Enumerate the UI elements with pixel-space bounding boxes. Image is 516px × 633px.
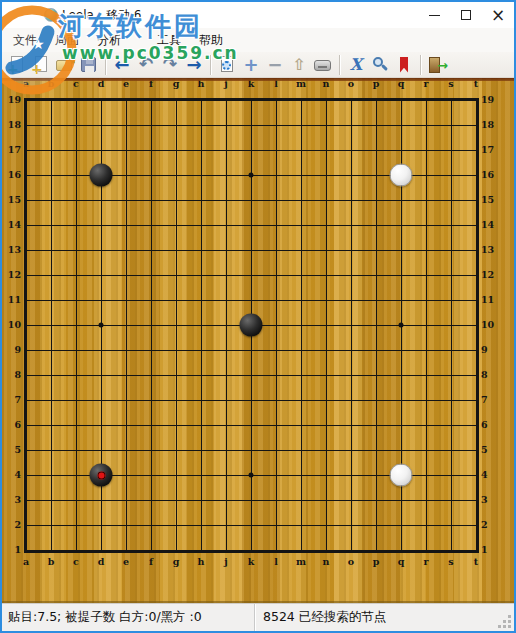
drive-icon: [312, 54, 334, 76]
row-label-left: 14: [3, 219, 21, 230]
menu-help[interactable]: 帮助: [190, 29, 232, 52]
row-label-left: 2: [3, 519, 21, 530]
row-label-right: 11: [481, 294, 499, 305]
titlebar: Leela - 移动 6 ×: [2, 2, 514, 28]
row-label-left: 19: [3, 94, 21, 105]
save-icon: [78, 54, 100, 76]
row-label-left: 13: [3, 244, 21, 255]
row-label-right: 16: [481, 169, 499, 180]
column-label-bottom: m: [292, 556, 310, 567]
column-label-top: c: [67, 78, 85, 89]
row-label-right: 19: [481, 94, 499, 105]
column-label-top: l: [267, 78, 285, 89]
status-komi-captures: 贴目:7.5; 被提子数 白方:0/黑方 :0: [2, 609, 254, 626]
row-label-left: 12: [3, 269, 21, 280]
minimize-icon: [429, 15, 440, 16]
toolbar-separator: [210, 55, 211, 75]
row-label-right: 17: [481, 144, 499, 155]
column-label-top: r: [417, 78, 435, 89]
row-label-left: 15: [3, 194, 21, 205]
new-board-icon: [6, 54, 28, 76]
status-nodes-searched: 8524 已经搜索的节点: [255, 609, 386, 626]
go-to-start-button[interactable]: ←: [110, 53, 134, 77]
white-stone-q16: [390, 164, 413, 187]
row-label-left: 9: [3, 344, 21, 355]
menu-tools[interactable]: 工具: [148, 29, 190, 52]
white-stone-q4: [390, 464, 413, 487]
row-label-right: 15: [481, 194, 499, 205]
column-label-bottom: t: [467, 556, 485, 567]
row-label-left: 7: [3, 394, 21, 405]
row-label-right: 6: [481, 419, 499, 430]
column-label-top: f: [142, 78, 160, 89]
row-label-left: 18: [3, 119, 21, 130]
column-label-bottom: g: [167, 556, 185, 567]
column-label-bottom: e: [117, 556, 135, 567]
search-icon: [369, 54, 391, 76]
redo-icon: ↷: [159, 54, 181, 76]
redo-button[interactable]: ↷: [158, 53, 182, 77]
row-label-right: 4: [481, 469, 499, 480]
go-to-end-button[interactable]: →: [182, 53, 206, 77]
analyze-button[interactable]: [215, 53, 239, 77]
star-point: [99, 323, 104, 328]
row-label-right: 8: [481, 369, 499, 380]
column-label-bottom: a: [17, 556, 35, 567]
menu-analyze[interactable]: 分析: [88, 29, 130, 52]
menubar: 文件局面分析工具帮助: [2, 28, 514, 52]
row-label-left: 10: [3, 319, 21, 330]
row-label-right: 5: [481, 444, 499, 455]
row-label-right: 14: [481, 219, 499, 230]
toolbar-separator: [339, 55, 340, 75]
black-stone-d16: [90, 164, 113, 187]
window-title: Leela - 移动 6: [62, 7, 141, 24]
column-label-bottom: d: [92, 556, 110, 567]
maximize-icon: [461, 10, 471, 20]
row-label-right: 2: [481, 519, 499, 530]
column-label-top: d: [92, 78, 110, 89]
column-label-top: q: [392, 78, 410, 89]
undo-button[interactable]: ↶: [134, 53, 158, 77]
column-label-top: e: [117, 78, 135, 89]
window-controls: ×: [418, 2, 514, 28]
app-icon: [44, 8, 58, 22]
column-label-top: p: [367, 78, 385, 89]
open-button[interactable]: [53, 53, 77, 77]
bookmark-button[interactable]: [392, 53, 416, 77]
exit-door-icon: [426, 54, 448, 76]
column-label-top: s: [442, 78, 460, 89]
row-label-left: 11: [3, 294, 21, 305]
undo-icon: ↶: [135, 54, 157, 76]
increase-button[interactable]: +: [239, 53, 263, 77]
row-label-right: 9: [481, 344, 499, 355]
row-label-left: 4: [3, 469, 21, 480]
score-button[interactable]: [311, 53, 335, 77]
column-label-bottom: h: [192, 556, 210, 567]
column-label-bottom: b: [42, 556, 60, 567]
exit-button[interactable]: [425, 53, 449, 77]
up-arrow-icon: ⇧: [288, 54, 310, 76]
toolbar-separator: [105, 55, 106, 75]
open-folder-icon: [54, 54, 76, 76]
pass-button[interactable]: ⇧: [287, 53, 311, 77]
column-label-top: j: [217, 78, 235, 89]
column-label-bottom: r: [417, 556, 435, 567]
resize-grip[interactable]: [499, 616, 511, 628]
arrow-left-icon: ←: [111, 54, 133, 76]
x-icon: X: [345, 54, 367, 76]
star-point: [249, 473, 254, 478]
analyze-gear-icon: [216, 54, 238, 76]
bookmark-icon: [393, 54, 415, 76]
column-label-bottom: c: [67, 556, 85, 567]
statusbar: 贴目:7.5; 被提子数 白方:0/黑方 :0 8524 已经搜索的节点: [2, 603, 514, 631]
row-label-left: 8: [3, 369, 21, 380]
maximize-button[interactable]: [450, 2, 482, 28]
column-label-top: a: [17, 78, 35, 89]
row-label-left: 17: [3, 144, 21, 155]
new-board-button[interactable]: [5, 53, 29, 77]
column-label-bottom: k: [242, 556, 260, 567]
plus-icon: +: [240, 54, 262, 76]
decrease-button[interactable]: −: [263, 53, 287, 77]
black-stone-k10: [240, 314, 263, 337]
close-button[interactable]: ×: [482, 2, 514, 28]
menu-file[interactable]: 文件: [4, 29, 46, 52]
resign-button[interactable]: X: [344, 53, 368, 77]
toolbar: ←↶↷→+−⇧X: [2, 52, 514, 78]
arrow-right-icon: →: [183, 54, 205, 76]
column-label-top: g: [167, 78, 185, 89]
column-label-bottom: f: [142, 556, 160, 567]
leela-window: Leela - 移动 6 × 文件局面分析工具帮助 ←↶↷→+−⇧X aabbc…: [0, 0, 516, 633]
column-label-bottom: s: [442, 556, 460, 567]
row-label-left: 5: [3, 444, 21, 455]
last-move-marker: [97, 471, 105, 479]
star-point: [399, 323, 404, 328]
row-label-left: 16: [3, 169, 21, 180]
column-label-top: k: [242, 78, 260, 89]
estimate-button[interactable]: [368, 53, 392, 77]
column-label-bottom: o: [342, 556, 360, 567]
minimize-button[interactable]: [418, 2, 450, 28]
toolbar-separator: [420, 55, 421, 75]
row-label-right: 1: [481, 544, 499, 555]
column-label-top: t: [467, 78, 485, 89]
row-label-left: 1: [3, 544, 21, 555]
column-label-top: m: [292, 78, 310, 89]
go-board: aabbccddeeffgghhjjkkllmmnnooppqqrrsstt19…: [2, 78, 514, 603]
column-label-top: n: [317, 78, 335, 89]
column-label-bottom: p: [367, 556, 385, 567]
column-label-top: b: [42, 78, 60, 89]
column-label-bottom: q: [392, 556, 410, 567]
new-game-icon: [30, 54, 52, 76]
row-label-right: 3: [481, 494, 499, 505]
save-button[interactable]: [77, 53, 101, 77]
minus-icon: −: [264, 54, 286, 76]
column-label-bottom: n: [317, 556, 335, 567]
row-label-right: 13: [481, 244, 499, 255]
column-label-top: h: [192, 78, 210, 89]
menu-position[interactable]: 局面: [46, 29, 88, 52]
row-label-left: 6: [3, 419, 21, 430]
new-game-button[interactable]: [29, 53, 53, 77]
column-label-bottom: j: [217, 556, 235, 567]
black-stone-d4: [90, 464, 113, 487]
star-point: [249, 173, 254, 178]
column-label-bottom: l: [267, 556, 285, 567]
row-label-left: 3: [3, 494, 21, 505]
row-label-right: 12: [481, 269, 499, 280]
row-label-right: 7: [481, 394, 499, 405]
column-label-top: o: [342, 78, 360, 89]
row-label-right: 18: [481, 119, 499, 130]
row-label-right: 10: [481, 319, 499, 330]
